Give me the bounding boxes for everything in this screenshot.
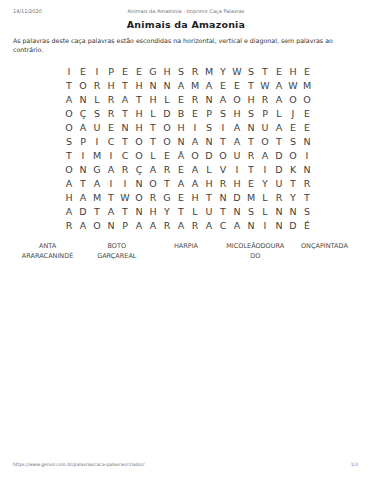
grid-cell: T <box>164 179 170 189</box>
word-item: HARPIA <box>151 241 220 251</box>
grid-cell: I <box>194 123 197 133</box>
grid-cell: L <box>276 109 281 119</box>
footer-page-number: 1/2 <box>351 462 358 467</box>
print-footer: https://www.geniol.com.br/palavras/caca-… <box>0 462 372 469</box>
grid-cell: I <box>68 67 71 77</box>
grid-cell: H <box>135 123 142 133</box>
grid-cell: E <box>80 67 86 77</box>
grid-cell: A <box>178 81 185 91</box>
print-doc-title: Animais da Amazonia - Imprimir Caça Pala… <box>0 8 372 14</box>
grid-cell: R <box>262 95 269 105</box>
grid-cell: N <box>177 137 184 147</box>
grid-cell: A <box>66 207 73 217</box>
grid-cell: Y <box>220 67 226 77</box>
grid-cell: N <box>163 81 170 91</box>
grid-cell: N <box>205 95 212 105</box>
grid-cell: H <box>135 109 142 119</box>
grid-cell: S <box>220 109 226 119</box>
grid-cell: I <box>306 151 309 161</box>
grid-cell: T <box>122 207 128 217</box>
word-item: MICOLEÃODOURADO <box>225 241 285 261</box>
grid-cell: R <box>276 193 283 203</box>
grid-cell: H <box>65 193 72 203</box>
grid-cell: E <box>122 67 128 77</box>
grid-cell: R <box>108 95 115 105</box>
grid-cell: T <box>304 193 310 203</box>
grid-cell: M <box>93 193 101 203</box>
grid-cell: S <box>248 109 254 119</box>
grid-cell: S <box>248 67 254 77</box>
grid-cell: V <box>220 165 227 175</box>
grid-cell: T <box>248 81 254 91</box>
grid-cell: R <box>192 67 199 77</box>
grid-cell: L <box>262 207 267 217</box>
grid-cell: E <box>178 193 184 203</box>
word-column: HARPIA <box>151 241 220 261</box>
grid-cell: A <box>136 221 143 231</box>
grid-cell: G <box>93 165 100 175</box>
grid-cell: T <box>262 67 268 77</box>
grid-cell: E <box>178 95 184 105</box>
grid-cell: S <box>304 207 310 217</box>
grid-cell: K <box>290 165 296 175</box>
grid-cell: Ç <box>80 109 87 119</box>
grid-cell: R <box>164 221 171 231</box>
grid-cell: A <box>234 123 241 133</box>
grid-cell: E <box>178 165 184 175</box>
grid-cell: A <box>192 179 199 189</box>
grid-cell: P <box>262 109 268 119</box>
word-list: ANTA ARARACANINDÉ BOTO GARÇAREAL HARPIA … <box>13 241 359 261</box>
grid-cell: A <box>178 221 185 231</box>
grid-cell: N <box>289 207 296 217</box>
grid-cell: A <box>150 165 157 175</box>
footer-url: https://www.geniol.com.br/palavras/caca-… <box>13 462 145 467</box>
grid-cell: S <box>94 109 100 119</box>
grid-cell: O <box>93 221 100 231</box>
grid-cell: E <box>164 151 170 161</box>
grid-cell: R <box>220 179 227 189</box>
grid-cell: L <box>192 207 197 217</box>
grid-cell: Y <box>262 179 268 189</box>
grid-cell: N <box>275 221 282 231</box>
grid-cell: R <box>150 193 157 203</box>
grid-cell: A <box>66 179 73 189</box>
grid-cell: R <box>304 179 311 189</box>
grid-cell: L <box>262 193 267 203</box>
grid-cell: D <box>289 221 296 231</box>
grid-cell: A <box>108 207 115 217</box>
grid-cell: T <box>178 207 184 217</box>
grid-cell: A <box>80 193 87 203</box>
grid-cell: A <box>80 221 87 231</box>
grid-cell: E <box>108 123 114 133</box>
grid-cell: O <box>261 137 268 147</box>
grid-cell: S <box>178 67 184 77</box>
grid-cell: I <box>236 165 239 175</box>
grid-cell: R <box>192 95 199 105</box>
grid-cell: O <box>219 151 226 161</box>
grid-cell: C <box>108 137 115 147</box>
grid-cell: O <box>289 151 296 161</box>
grid-cell: N <box>233 207 240 217</box>
grid-cell: N <box>149 81 156 91</box>
grid-cell: O <box>191 151 198 161</box>
grid-cell: I <box>264 165 267 175</box>
grid-cell: P <box>80 137 86 147</box>
grid-cell: O <box>65 165 72 175</box>
grid-cell: Ç <box>136 165 143 175</box>
grid-cell: O <box>135 137 142 147</box>
grid-cell: H <box>149 207 156 217</box>
grid-cell: H <box>233 109 240 119</box>
grid-cell: E <box>304 123 310 133</box>
grid-cell: T <box>108 193 114 203</box>
grid-cell: T <box>220 207 226 217</box>
grid-cell: N <box>135 207 142 217</box>
grid-cell: B <box>178 109 185 119</box>
grid-cell: D <box>79 207 86 217</box>
grid-cell: Y <box>290 193 296 203</box>
grid-cell: N <box>107 221 114 231</box>
grid-cell: T <box>94 207 100 217</box>
grid-cell: W <box>120 193 129 203</box>
grid-cell: N <box>303 137 310 147</box>
grid-cell: R <box>122 165 129 175</box>
word-column: MICOLEÃODOURADO <box>221 241 290 261</box>
grid-cell: T <box>206 193 212 203</box>
grid-cell: U <box>234 151 241 161</box>
grid-cell: U <box>262 123 269 133</box>
grid-cell: M <box>247 193 255 203</box>
grid-cell: E <box>276 67 282 77</box>
grid-cell: T <box>248 137 254 147</box>
grid-cell: A <box>66 95 73 105</box>
grid-cell: O <box>149 179 156 189</box>
word-item: BOTO <box>82 241 151 251</box>
grid-cell: H <box>177 123 184 133</box>
grid-cell: H <box>163 67 170 77</box>
grid-cell: M <box>205 67 213 77</box>
grid-cell: T <box>122 81 128 91</box>
grid-cell: I <box>82 151 85 161</box>
grid-cell: P <box>122 221 128 231</box>
grid-cell: C <box>122 151 129 161</box>
print-preview-page: 14/11/2020 Animais da Amazonia - Imprimi… <box>0 0 372 480</box>
grid-cell: H <box>247 95 254 105</box>
grid-cell: E <box>290 123 296 133</box>
grid-cell: A <box>234 221 241 231</box>
grid-cell: G <box>149 67 156 77</box>
word-column: ONÇAPINTADA <box>290 241 359 261</box>
grid-cell: A <box>192 137 199 147</box>
grid-cell: R <box>248 151 255 161</box>
grid-cell: R <box>164 165 171 175</box>
grid-cell: E <box>304 109 310 119</box>
grid-cell: D <box>233 193 240 203</box>
grid-cell: N <box>247 221 254 231</box>
grid-cell: D <box>275 165 282 175</box>
page-title: Animais da Amazonia <box>0 19 372 30</box>
grid-cell: L <box>164 95 169 105</box>
word-column: BOTO GARÇAREAL <box>82 241 151 261</box>
grid-cell: L <box>150 109 155 119</box>
grid-cell: P <box>108 67 114 77</box>
grid-cell: A <box>178 179 185 189</box>
grid-cell: A <box>150 221 157 231</box>
grid-cell: U <box>206 207 213 217</box>
grid-cell: R <box>94 81 101 91</box>
grid-cell: S <box>290 137 296 147</box>
grid-cell: I <box>110 179 113 189</box>
grid-cell: E <box>248 179 254 189</box>
grid-cell: D <box>205 151 212 161</box>
grid-cell: O <box>233 95 240 105</box>
grid-cell: A <box>94 179 101 189</box>
grid-cell: O <box>163 137 170 147</box>
grid-cell: I <box>222 123 225 133</box>
grid-cell: A <box>206 221 213 231</box>
grid-cell: I <box>96 137 99 147</box>
grid-cell: T <box>80 179 86 189</box>
grid-cell: J <box>292 109 295 119</box>
word-search-grid: IEIPEEGHSRMYWSTEHETORHTHNNAMAEETWAWMANLR… <box>62 65 314 233</box>
print-header: 14/11/2020 Animais da Amazonia - Imprimi… <box>0 8 372 16</box>
grid-cell: I <box>124 179 127 189</box>
grid-cell: R <box>192 221 199 231</box>
grid-cell: A <box>234 137 241 147</box>
grid-cell: S <box>66 137 72 147</box>
grid-cell: T <box>290 179 296 189</box>
word-item: ARARACANINDÉ <box>13 251 82 261</box>
grid-cell: W <box>232 67 241 77</box>
grid-cell: T <box>136 95 142 105</box>
grid-cell: H <box>233 179 240 189</box>
grid-cell: D <box>275 151 282 161</box>
grid-cell: S <box>248 207 254 217</box>
grid-cell: O <box>65 109 72 119</box>
grid-cell: Ã <box>178 151 185 161</box>
grid-cell: C <box>220 221 227 231</box>
grid-cell: N <box>205 137 212 147</box>
grid-cell: N <box>303 165 310 175</box>
grid-cell: L <box>94 95 99 105</box>
grid-cell: M <box>191 81 199 91</box>
grid-cell: A <box>192 165 199 175</box>
grid-cell: T <box>122 137 128 147</box>
grid-cell: O <box>135 151 142 161</box>
grid-cell: A <box>220 95 227 105</box>
grid-cell: T <box>150 137 156 147</box>
grid-cell: O <box>79 81 86 91</box>
grid-cell: E <box>136 67 142 77</box>
grid-cell: N <box>247 123 254 133</box>
grid-cell: É <box>304 221 310 231</box>
grid-cell: N <box>275 207 282 217</box>
grid-cell: L <box>206 165 211 175</box>
grid-cell: N <box>121 123 128 133</box>
grid-cell: R <box>66 221 73 231</box>
word-column: ANTA ARARACANINDÉ <box>13 241 82 261</box>
grid-cell: M <box>93 151 101 161</box>
grid-cell: T <box>276 137 282 147</box>
grid-cell: I <box>110 151 113 161</box>
grid-cell: Y <box>164 207 170 217</box>
grid-cell: I <box>264 221 267 231</box>
grid-cell: H <box>191 193 198 203</box>
grid-cell: A <box>276 81 283 91</box>
instructions-text: As palavras deste caça palavras estão es… <box>13 37 360 55</box>
grid-cell: H <box>205 179 212 189</box>
grid-cell: A <box>276 95 283 105</box>
grid-cell: G <box>163 193 170 203</box>
grid-cell: T <box>150 123 156 133</box>
grid-cell: W <box>260 81 269 91</box>
grid-cell: A <box>80 123 87 133</box>
grid-cell: W <box>288 81 297 91</box>
grid-cell: N <box>79 165 86 175</box>
grid-cell: A <box>108 165 115 175</box>
grid-cell: A <box>122 95 129 105</box>
word-item: GARÇAREAL <box>82 251 151 261</box>
grid-cell: A <box>206 81 213 91</box>
grid-cell: A <box>276 123 283 133</box>
grid-cell: A <box>262 151 269 161</box>
grid-cell: N <box>79 95 86 105</box>
grid-cell: M <box>303 81 311 91</box>
grid-cell: D <box>163 109 170 119</box>
grid-cell: N <box>135 179 142 189</box>
grid-cell: I <box>96 67 99 77</box>
grid-cell: O <box>163 123 170 133</box>
word-item: ANTA <box>13 241 82 251</box>
word-item: ONÇAPINTADA <box>290 241 359 251</box>
grid-cell: H <box>107 81 114 91</box>
grid-cell: O <box>65 123 72 133</box>
grid-cell: U <box>276 179 283 189</box>
grid-cell: E <box>192 109 198 119</box>
grid-cell: H <box>289 67 296 77</box>
grid-cell: S <box>206 123 212 133</box>
grid-cell: H <box>135 81 142 91</box>
grid-cell: L <box>150 151 155 161</box>
grid-cell: N <box>219 193 226 203</box>
grid-cell: T <box>66 81 72 91</box>
grid-cell: O <box>303 95 310 105</box>
grid-cell: E <box>304 67 310 77</box>
grid-cell: T <box>122 109 128 119</box>
grid-cell: O <box>135 193 142 203</box>
grid-cell: T <box>220 137 226 147</box>
grid-cell: O <box>289 95 296 105</box>
grid-cell: R <box>108 109 115 119</box>
grid-cell: P <box>206 109 212 119</box>
grid-cell: E <box>234 81 240 91</box>
grid-cell: U <box>94 123 101 133</box>
grid-cell: E <box>220 81 226 91</box>
grid-cell: T <box>248 165 254 175</box>
grid-cell: T <box>66 151 72 161</box>
grid-cell: H <box>149 95 156 105</box>
